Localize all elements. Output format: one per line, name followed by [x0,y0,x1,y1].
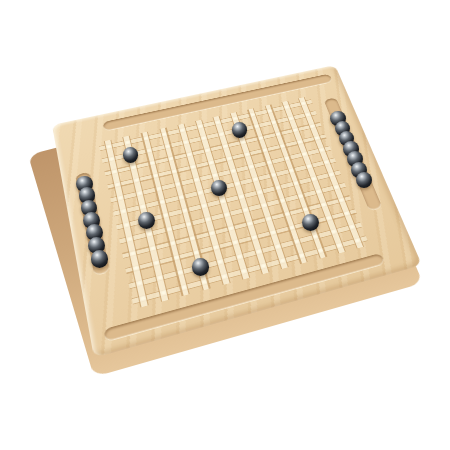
game-board[interactable] [52,65,422,358]
product-photo-scene [0,0,450,450]
marble-tray-left[interactable] [75,172,110,276]
